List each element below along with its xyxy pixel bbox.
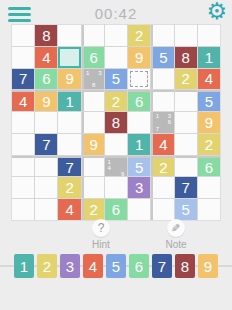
note-digit: 6 <box>168 119 171 125</box>
note-digit: 1 <box>86 70 89 76</box>
cell-r3c5[interactable]: 6 <box>128 90 150 111</box>
cell-r8c6[interactable] <box>151 199 173 220</box>
numpad-tile-4[interactable]: 4 <box>83 254 103 278</box>
pencil-notes: 149 <box>106 159 126 176</box>
cell-r5c4[interactable] <box>105 134 127 155</box>
cell-r1c1[interactable]: 4 <box>35 47 57 68</box>
cell-r7c4[interactable] <box>105 177 127 198</box>
cell-r6c8[interactable]: 6 <box>198 156 220 177</box>
cell-r5c3[interactable]: 9 <box>82 134 104 155</box>
cell-r1c3[interactable]: 6 <box>82 47 104 68</box>
note-digit: 4 <box>108 165 111 171</box>
sudoku-board: 8246958176913852449126581367979142714952… <box>12 25 220 220</box>
cell-r3c0[interactable]: 4 <box>12 90 34 111</box>
cell-r5c7[interactable] <box>175 134 197 155</box>
cell-r8c3[interactable]: 2 <box>82 199 104 220</box>
cell-r2c7[interactable]: 2 <box>175 69 197 90</box>
numpad-tile-9[interactable]: 9 <box>198 254 218 278</box>
game-timer: 00:42 <box>0 5 232 22</box>
dashed-selection-marker <box>130 71 148 88</box>
pencil-notes: 138 <box>85 70 103 89</box>
cell-r3c2[interactable]: 1 <box>58 90 80 111</box>
cell-r0c8[interactable] <box>198 25 220 46</box>
pencil-icon: ✎ <box>171 219 180 237</box>
cell-r8c1[interactable] <box>35 199 57 220</box>
cell-r0c5[interactable]: 2 <box>128 25 150 46</box>
cell-r1c8[interactable]: 1 <box>198 47 220 68</box>
cell-r6c1[interactable] <box>35 156 57 177</box>
cell-r1c6[interactable]: 5 <box>151 47 173 68</box>
cell-r5c8[interactable]: 2 <box>198 134 220 155</box>
note-digit: 3 <box>168 113 171 119</box>
cell-r6c4[interactable]: 149 <box>105 156 127 177</box>
cell-r7c5[interactable]: 3 <box>128 177 150 198</box>
cell-r0c1[interactable]: 8 <box>35 25 57 46</box>
cell-r7c2[interactable]: 2 <box>58 177 80 198</box>
cell-r6c2[interactable]: 7 <box>58 156 80 177</box>
cell-r4c5[interactable] <box>128 112 150 133</box>
cell-r3c1[interactable]: 9 <box>35 90 57 111</box>
cell-r0c6[interactable] <box>151 25 173 46</box>
cell-r1c5[interactable]: 9 <box>128 47 150 68</box>
cell-r7c7[interactable]: 7 <box>175 177 197 198</box>
cell-r6c3[interactable] <box>82 156 104 177</box>
hint-label: Hint <box>79 239 123 250</box>
cell-r7c8[interactable] <box>198 177 220 198</box>
cell-r2c0[interactable]: 7 <box>12 69 34 90</box>
cell-r2c2[interactable]: 9 <box>58 69 80 90</box>
cell-r1c0[interactable] <box>12 47 34 68</box>
cell-r8c7[interactable]: 5 <box>175 199 197 220</box>
note-digit: 8 <box>92 82 95 88</box>
cell-r6c6[interactable]: 2 <box>151 156 173 177</box>
cell-r0c4[interactable] <box>105 25 127 46</box>
cell-r6c0[interactable] <box>12 156 34 177</box>
cell-r0c2[interactable] <box>58 25 80 46</box>
cell-r5c6[interactable]: 4 <box>151 134 173 155</box>
cell-r5c1[interactable]: 7 <box>35 134 57 155</box>
cell-r6c7[interactable] <box>175 156 197 177</box>
cell-r8c5[interactable] <box>128 199 150 220</box>
cell-r8c4[interactable]: 6 <box>105 199 127 220</box>
numpad-tile-7[interactable]: 7 <box>152 254 172 278</box>
cell-r2c1[interactable]: 6 <box>35 69 57 90</box>
note-digit: 1 <box>156 113 159 119</box>
note-button[interactable]: ✎ <box>167 219 185 237</box>
numpad-tile-3[interactable]: 3 <box>60 254 80 278</box>
number-bar: 123456789 <box>0 254 232 278</box>
cell-r2c4[interactable]: 5 <box>105 69 127 90</box>
cell-r3c3[interactable] <box>82 90 104 111</box>
numpad-tile-8[interactable]: 8 <box>175 254 195 278</box>
cell-r4c0[interactable] <box>12 112 34 133</box>
cell-r4c3[interactable] <box>82 112 104 133</box>
cell-r8c2[interactable]: 4 <box>58 199 80 220</box>
cell-r0c0[interactable] <box>12 25 34 46</box>
note-label: Note <box>154 239 198 250</box>
pencil-notes: 1367 <box>154 113 172 132</box>
cell-r7c6[interactable] <box>151 177 173 198</box>
cell-r3c6[interactable] <box>151 90 173 111</box>
cell-r7c0[interactable] <box>12 177 34 198</box>
cell-r2c3[interactable]: 138 <box>82 69 104 90</box>
cell-r0c7[interactable] <box>175 25 197 46</box>
note-digit: 7 <box>156 126 159 132</box>
settings-gear-icon[interactable]: ⚙ <box>206 0 227 24</box>
cell-r2c5[interactable] <box>128 69 150 90</box>
cell-r1c4[interactable] <box>105 47 127 68</box>
cell-r5c2[interactable] <box>58 134 80 155</box>
cell-r4c6[interactable]: 1367 <box>151 112 173 133</box>
cell-r0c3[interactable] <box>82 25 104 46</box>
cell-r4c2[interactable] <box>58 112 80 133</box>
cell-r2c8[interactable]: 4 <box>198 69 220 90</box>
numpad-tile-2[interactable]: 2 <box>37 254 57 278</box>
cell-r5c0[interactable] <box>12 134 34 155</box>
cell-r1c2-selected[interactable] <box>58 47 80 68</box>
cell-r1c7[interactable]: 8 <box>175 47 197 68</box>
cell-r8c8[interactable] <box>198 199 220 220</box>
question-mark-icon: ? <box>98 221 105 235</box>
numpad-tile-5[interactable]: 5 <box>106 254 126 278</box>
numpad-tile-6[interactable]: 6 <box>129 254 149 278</box>
cell-r7c3[interactable] <box>82 177 104 198</box>
cell-r3c7[interactable] <box>175 90 197 111</box>
cell-r2c6[interactable] <box>151 69 173 90</box>
cell-r5c5[interactable]: 1 <box>128 134 150 155</box>
cell-r4c8[interactable]: 9 <box>198 112 220 133</box>
cell-r4c1[interactable] <box>35 112 57 133</box>
cell-r8c0[interactable] <box>12 199 34 220</box>
cell-r6c5[interactable]: 5 <box>128 156 150 177</box>
cell-r7c1[interactable] <box>35 177 57 198</box>
numpad-tile-1[interactable]: 1 <box>14 254 34 278</box>
cell-r4c4[interactable]: 8 <box>105 112 127 133</box>
sudoku-app-screen: 00:42 ⚙ 82469581769138524491265813679791… <box>0 0 232 310</box>
hint-button[interactable]: ? <box>92 219 110 237</box>
cell-r3c4[interactable]: 2 <box>105 90 127 111</box>
note-digit: 3 <box>98 70 101 76</box>
note-digit: 9 <box>121 171 124 177</box>
cell-r3c8[interactable]: 5 <box>198 90 220 111</box>
cell-r4c7[interactable] <box>175 112 197 133</box>
